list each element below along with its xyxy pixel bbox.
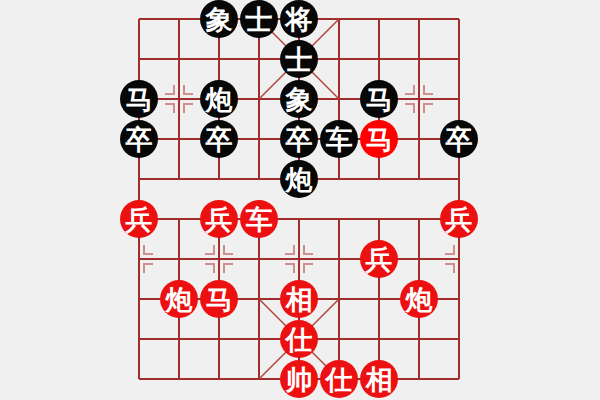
piece-black-soldier[interactable]: 卒 — [280, 120, 318, 158]
piece-red-horse[interactable]: 马 — [200, 280, 238, 318]
piece-black-soldier[interactable]: 卒 — [120, 120, 158, 158]
piece-red-advisor[interactable]: 仕 — [280, 320, 318, 358]
piece-red-advisor[interactable]: 仕 — [320, 360, 358, 398]
piece-red-elephant[interactable]: 相 — [360, 360, 398, 398]
piece-black-chariot[interactable]: 车 — [320, 120, 358, 158]
piece-red-general[interactable]: 帅 — [280, 360, 318, 398]
xiangqi-app: 象士将士马炮象马卒卒卒车马卒炮兵兵车兵兵炮马相炮仕帅仕相 — [0, 0, 600, 400]
piece-red-soldier[interactable]: 兵 — [120, 200, 158, 238]
piece-black-cannon[interactable]: 炮 — [200, 80, 238, 118]
piece-red-cannon[interactable]: 炮 — [160, 280, 198, 318]
piece-black-soldier[interactable]: 卒 — [200, 120, 238, 158]
piece-black-general[interactable]: 将 — [280, 0, 318, 38]
piece-red-soldier[interactable]: 兵 — [440, 200, 478, 238]
piece-black-elephant[interactable]: 象 — [280, 80, 318, 118]
piece-black-elephant[interactable]: 象 — [200, 0, 238, 38]
xiangqi-board: 象士将士马炮象马卒卒卒车马卒炮兵兵车兵兵炮马相炮仕帅仕相 — [119, 0, 479, 399]
piece-black-soldier[interactable]: 卒 — [440, 120, 478, 158]
piece-black-cannon[interactable]: 炮 — [280, 160, 318, 198]
piece-red-soldier[interactable]: 兵 — [360, 240, 398, 278]
piece-black-horse[interactable]: 马 — [360, 80, 398, 118]
piece-red-elephant[interactable]: 相 — [280, 280, 318, 318]
piece-red-cannon[interactable]: 炮 — [400, 280, 438, 318]
piece-black-horse[interactable]: 马 — [120, 80, 158, 118]
piece-red-chariot[interactable]: 车 — [240, 200, 278, 238]
piece-black-advisor[interactable]: 士 — [240, 0, 278, 38]
piece-red-soldier[interactable]: 兵 — [200, 200, 238, 238]
piece-black-advisor[interactable]: 士 — [280, 40, 318, 78]
piece-red-horse[interactable]: 马 — [360, 120, 398, 158]
